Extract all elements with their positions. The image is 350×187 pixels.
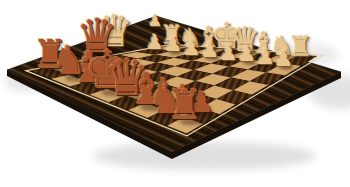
white-pawn-g2: ♟ <box>164 34 183 55</box>
cast-shadow-front <box>93 142 317 170</box>
white-pawn-d2: ♟ <box>219 41 238 62</box>
white-pawn-c2: ♟ <box>237 44 256 66</box>
black-rook-a8: ♜ <box>166 84 203 126</box>
white-pawn-f2: ♟ <box>182 37 201 58</box>
white-pawn-b2: ♟ <box>255 46 275 68</box>
white-pawn-a2: ♟ <box>274 48 294 70</box>
chess-set-photo-scene: ♜♞♝♚♛♝♞♜♟♟♟♟♟♟♟♟♟♟♟♟♟♟♟♟♜♞♝♚♛♝♞♜♛♛♟ <box>0 0 350 187</box>
white-pawn-e2: ♟ <box>200 39 219 60</box>
